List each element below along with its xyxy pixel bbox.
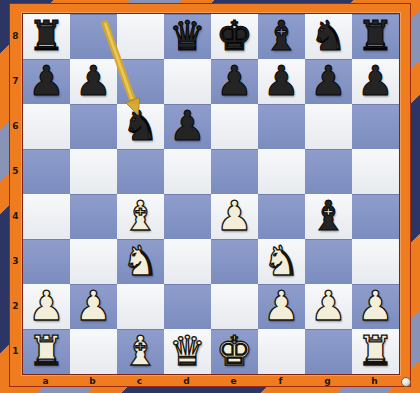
white-bishop-c1: ♝ [117, 329, 164, 374]
square-c2[interactable] [117, 284, 164, 329]
square-c1[interactable]: ♝ [117, 329, 164, 374]
square-h1[interactable]: ♜ [352, 329, 399, 374]
chess-board: ♜♛♚♝♞♜♟♟♟♟♟♟♞♟♝♟♝♞♞♟♟♟♟♟♜♝♛♚♜ [22, 13, 400, 375]
square-h7[interactable]: ♟ [352, 59, 399, 104]
square-h4[interactable] [352, 194, 399, 239]
square-b6[interactable] [70, 104, 117, 149]
white-bishop-c4: ♝ [117, 194, 164, 239]
black-pawn-g7: ♟ [305, 59, 352, 104]
square-h3[interactable] [352, 239, 399, 284]
square-g8[interactable]: ♞ [305, 14, 352, 59]
black-rook-h8: ♜ [352, 14, 399, 59]
square-d7[interactable] [164, 59, 211, 104]
square-g7[interactable]: ♟ [305, 59, 352, 104]
white-pawn-f2: ♟ [258, 284, 305, 329]
black-bishop-f8: ♝ [258, 14, 305, 59]
square-a7[interactable]: ♟ [23, 59, 70, 104]
square-d3[interactable] [164, 239, 211, 284]
square-f8[interactable]: ♝ [258, 14, 305, 59]
rank-label-2: 2 [9, 283, 22, 328]
file-label-b: b [69, 374, 116, 388]
rank-label-4: 4 [9, 193, 22, 238]
rank-label-5: 5 [9, 148, 22, 193]
black-pawn-h7: ♟ [352, 59, 399, 104]
black-pawn-d6: ♟ [164, 104, 211, 149]
square-b7[interactable]: ♟ [70, 59, 117, 104]
square-d5[interactable] [164, 149, 211, 194]
square-e1[interactable]: ♚ [211, 329, 258, 374]
rank-label-3: 3 [9, 238, 22, 283]
square-e3[interactable] [211, 239, 258, 284]
black-king-e8: ♚ [211, 14, 258, 59]
square-g2[interactable]: ♟ [305, 284, 352, 329]
file-label-c: c [116, 374, 163, 388]
white-rook-a1: ♜ [23, 329, 70, 374]
square-f6[interactable] [258, 104, 305, 149]
file-label-a: a [22, 374, 69, 388]
square-f2[interactable]: ♟ [258, 284, 305, 329]
square-h5[interactable] [352, 149, 399, 194]
square-a8[interactable]: ♜ [23, 14, 70, 59]
black-queen-d8: ♛ [164, 14, 211, 59]
black-bishop-g4: ♝ [305, 194, 352, 239]
black-pawn-a7: ♟ [23, 59, 70, 104]
file-label-h: h [351, 374, 398, 388]
white-rook-h1: ♜ [352, 329, 399, 374]
square-c8[interactable] [117, 14, 164, 59]
square-b1[interactable] [70, 329, 117, 374]
square-a3[interactable] [23, 239, 70, 284]
square-h2[interactable]: ♟ [352, 284, 399, 329]
square-a5[interactable] [23, 149, 70, 194]
square-d8[interactable]: ♛ [164, 14, 211, 59]
rank-label-7: 7 [9, 58, 22, 103]
rank-label-1: 1 [9, 328, 22, 373]
square-e8[interactable]: ♚ [211, 14, 258, 59]
square-c4[interactable]: ♝ [117, 194, 164, 239]
square-g4[interactable]: ♝ [305, 194, 352, 239]
square-e4[interactable]: ♟ [211, 194, 258, 239]
square-a4[interactable] [23, 194, 70, 239]
rank-label-8: 8 [9, 13, 22, 58]
square-g6[interactable] [305, 104, 352, 149]
square-e5[interactable] [211, 149, 258, 194]
square-b8[interactable] [70, 14, 117, 59]
file-label-g: g [304, 374, 351, 388]
white-queen-d1: ♛ [164, 329, 211, 374]
white-pawn-g2: ♟ [305, 284, 352, 329]
square-b5[interactable] [70, 149, 117, 194]
white-knight-c3: ♞ [117, 239, 164, 284]
black-rook-a8: ♜ [23, 14, 70, 59]
file-labels: abcdefgh [22, 374, 398, 388]
square-f7[interactable]: ♟ [258, 59, 305, 104]
white-pawn-e4: ♟ [211, 194, 258, 239]
chess-diagram-window: ♜♛♚♝♞♜♟♟♟♟♟♟♞♟♝♟♝♞♞♟♟♟♟♟♜♝♛♚♜ 87654321 a… [0, 0, 420, 393]
white-pawn-h2: ♟ [352, 284, 399, 329]
square-f5[interactable] [258, 149, 305, 194]
square-g1[interactable] [305, 329, 352, 374]
white-pawn-b2: ♟ [70, 284, 117, 329]
file-label-f: f [257, 374, 304, 388]
square-e6[interactable] [211, 104, 258, 149]
square-a6[interactable] [23, 104, 70, 149]
square-c7[interactable] [117, 59, 164, 104]
square-g5[interactable] [305, 149, 352, 194]
square-d4[interactable] [164, 194, 211, 239]
square-a2[interactable]: ♟ [23, 284, 70, 329]
resize-handle-dot[interactable] [401, 377, 411, 387]
square-f1[interactable] [258, 329, 305, 374]
square-f3[interactable]: ♞ [258, 239, 305, 284]
square-c6[interactable]: ♞ [117, 104, 164, 149]
square-e7[interactable]: ♟ [211, 59, 258, 104]
square-d2[interactable] [164, 284, 211, 329]
square-h6[interactable] [352, 104, 399, 149]
black-pawn-e7: ♟ [211, 59, 258, 104]
square-d1[interactable]: ♛ [164, 329, 211, 374]
rank-labels: 87654321 [9, 13, 22, 373]
white-knight-f3: ♞ [258, 239, 305, 284]
file-label-d: d [163, 374, 210, 388]
square-c3[interactable]: ♞ [117, 239, 164, 284]
square-h8[interactable]: ♜ [352, 14, 399, 59]
white-king-e1: ♚ [211, 329, 258, 374]
rank-label-6: 6 [9, 103, 22, 148]
square-b3[interactable] [70, 239, 117, 284]
square-b4[interactable] [70, 194, 117, 239]
square-a1[interactable]: ♜ [23, 329, 70, 374]
black-pawn-b7: ♟ [70, 59, 117, 104]
square-b2[interactable]: ♟ [70, 284, 117, 329]
square-e2[interactable] [211, 284, 258, 329]
file-label-e: e [210, 374, 257, 388]
square-f4[interactable] [258, 194, 305, 239]
black-knight-g8: ♞ [305, 14, 352, 59]
square-d6[interactable]: ♟ [164, 104, 211, 149]
white-pawn-a2: ♟ [23, 284, 70, 329]
black-pawn-f7: ♟ [258, 59, 305, 104]
square-c5[interactable] [117, 149, 164, 194]
black-knight-c6: ♞ [117, 104, 164, 149]
square-g3[interactable] [305, 239, 352, 284]
